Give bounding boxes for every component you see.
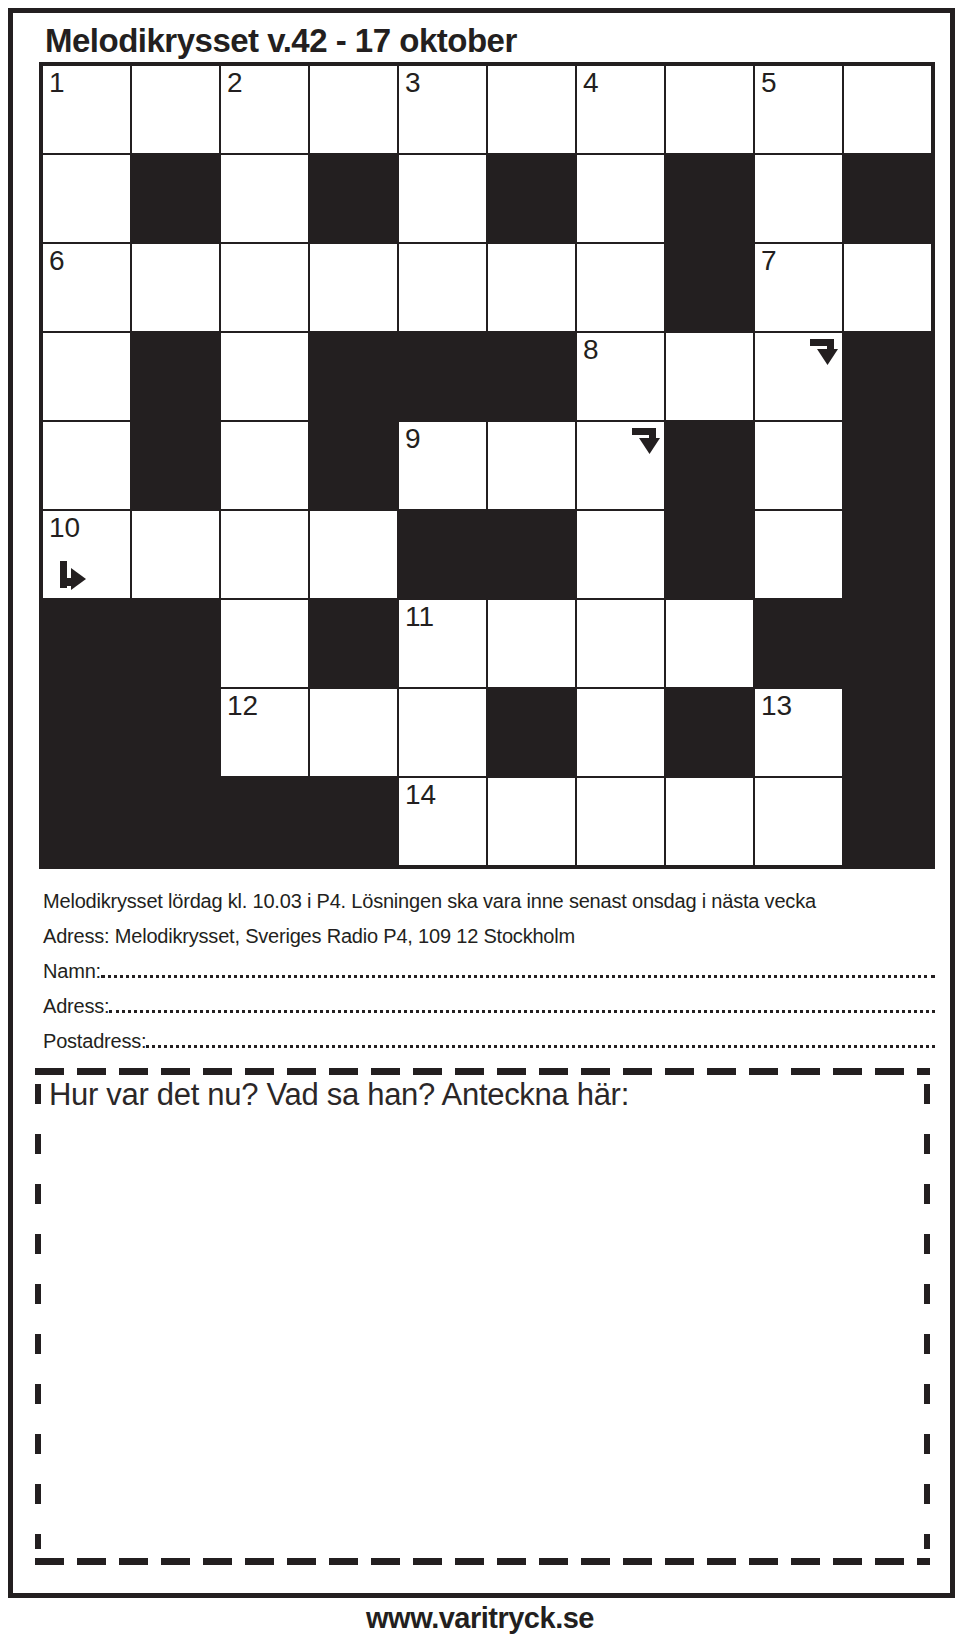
cell-r2c4 [309, 154, 398, 243]
cell-r5c10 [843, 421, 932, 510]
cell-r9c7[interactable] [576, 777, 665, 866]
cell-r9c3 [220, 777, 309, 866]
cell-r4c1[interactable] [42, 332, 131, 421]
name-field-dotted-line[interactable] [101, 975, 935, 978]
clue-number: 6 [49, 247, 65, 275]
submission-address-line: Adress: Melodikrysset, Sveriges Radio P4… [43, 917, 935, 952]
postal-address-field-dotted-line[interactable] [146, 1045, 935, 1048]
cell-r1c10[interactable] [843, 65, 932, 154]
clue-number: 4 [583, 69, 599, 97]
postal-address-field-label: Postadress: [43, 1031, 146, 1057]
cell-r6c9[interactable] [754, 510, 843, 599]
cell-r9c2 [131, 777, 220, 866]
turn-down-arrow-icon [632, 425, 660, 455]
cell-r1c5[interactable]: 3 [398, 65, 487, 154]
clue-number: 10 [49, 514, 80, 542]
cell-r6c4[interactable] [309, 510, 398, 599]
cell-r6c6 [487, 510, 576, 599]
cell-r7c3[interactable] [220, 599, 309, 688]
cell-r5c3[interactable] [220, 421, 309, 510]
cell-r5c5[interactable]: 9 [398, 421, 487, 510]
cell-r4c9[interactable] [754, 332, 843, 421]
cell-r6c7[interactable] [576, 510, 665, 599]
cell-r4c5 [398, 332, 487, 421]
cell-r8c1 [42, 688, 131, 777]
cell-r9c4 [309, 777, 398, 866]
cell-r9c9[interactable] [754, 777, 843, 866]
cell-r1c3[interactable]: 2 [220, 65, 309, 154]
cell-r2c1[interactable] [42, 154, 131, 243]
cell-r7c2 [131, 599, 220, 688]
cell-r2c8 [665, 154, 754, 243]
cell-r8c8 [665, 688, 754, 777]
turn-down-arrow-icon [810, 336, 838, 366]
cell-r3c6[interactable] [487, 243, 576, 332]
cell-r7c7[interactable] [576, 599, 665, 688]
clue-number: 14 [405, 781, 436, 809]
cell-r2c10 [843, 154, 932, 243]
notes-box-border-top [35, 1068, 930, 1075]
cell-r8c9[interactable]: 13 [754, 688, 843, 777]
broadcast-info-line: Melodikrysset lördag kl. 10.03 i P4. Lös… [43, 882, 935, 917]
cell-r7c9 [754, 599, 843, 688]
cell-r1c4[interactable] [309, 65, 398, 154]
entry-form: Melodikrysset lördag kl. 10.03 i P4. Lös… [43, 882, 935, 1057]
cell-r4c7[interactable]: 8 [576, 332, 665, 421]
notes-box-heading: Hur var det nu? Vad sa han? Anteckna här… [49, 1077, 629, 1113]
cell-r7c8[interactable] [665, 599, 754, 688]
cell-r3c1[interactable]: 6 [42, 243, 131, 332]
cell-r9c1 [42, 777, 131, 866]
cell-r2c3[interactable] [220, 154, 309, 243]
cell-r7c1 [42, 599, 131, 688]
notes-box-border-bottom [35, 1558, 930, 1565]
cell-r2c7[interactable] [576, 154, 665, 243]
cell-r1c7[interactable]: 4 [576, 65, 665, 154]
clue-number: 1 [49, 69, 65, 97]
notes-box[interactable]: Hur var det nu? Vad sa han? Anteckna här… [35, 1068, 930, 1565]
clue-number: 7 [761, 247, 777, 275]
cell-r4c2 [131, 332, 220, 421]
cell-r1c2[interactable] [131, 65, 220, 154]
postal-address-field-row: Postadress: [43, 1022, 935, 1057]
cell-r9c6[interactable] [487, 777, 576, 866]
cell-r9c5[interactable]: 14 [398, 777, 487, 866]
cell-r3c10[interactable] [843, 243, 932, 332]
clue-number: 5 [761, 69, 777, 97]
address-field-label: Adress: [43, 996, 109, 1022]
cell-r7c4 [309, 599, 398, 688]
cell-r8c4[interactable] [309, 688, 398, 777]
cell-r6c1[interactable]: 10 [42, 510, 131, 599]
cell-r7c5[interactable]: 11 [398, 599, 487, 688]
cell-r6c3[interactable] [220, 510, 309, 599]
cell-r8c5[interactable] [398, 688, 487, 777]
cell-r6c8 [665, 510, 754, 599]
cell-r5c8 [665, 421, 754, 510]
cell-r8c2 [131, 688, 220, 777]
cell-r1c8[interactable] [665, 65, 754, 154]
cell-r1c9[interactable]: 5 [754, 65, 843, 154]
clue-number: 8 [583, 336, 599, 364]
clue-number: 12 [227, 692, 258, 720]
cell-r3c9[interactable]: 7 [754, 243, 843, 332]
cell-r5c9[interactable] [754, 421, 843, 510]
cell-r5c7[interactable] [576, 421, 665, 510]
cell-r8c6 [487, 688, 576, 777]
cell-r4c3[interactable] [220, 332, 309, 421]
cell-r4c10 [843, 332, 932, 421]
name-field-row: Namn: [43, 952, 935, 987]
cell-r1c1[interactable]: 1 [42, 65, 131, 154]
cell-r3c2[interactable] [131, 243, 220, 332]
cell-r6c5 [398, 510, 487, 599]
clue-number: 9 [405, 425, 421, 453]
cell-r1c6[interactable] [487, 65, 576, 154]
cell-r2c6 [487, 154, 576, 243]
cell-r2c2 [131, 154, 220, 243]
cell-r4c6 [487, 332, 576, 421]
cell-r4c4 [309, 332, 398, 421]
name-field-label: Namn: [43, 961, 101, 987]
cell-r3c4[interactable] [309, 243, 398, 332]
clue-number: 13 [761, 692, 792, 720]
address-field-dotted-line[interactable] [109, 1010, 935, 1013]
cell-r8c7[interactable] [576, 688, 665, 777]
notes-box-border-left [35, 1084, 41, 1549]
cell-r5c6[interactable] [487, 421, 576, 510]
cell-r6c10 [843, 510, 932, 599]
clue-number: 11 [405, 603, 434, 631]
cell-r9c8[interactable] [665, 777, 754, 866]
clue-number: 3 [405, 69, 421, 97]
printer-url: www.varitryck.se [0, 1602, 960, 1635]
cell-r3c5[interactable] [398, 243, 487, 332]
clue-number: 2 [227, 69, 243, 97]
cell-r6c2[interactable] [131, 510, 220, 599]
turn-right-arrow-icon [57, 561, 85, 591]
notes-box-border-right [924, 1084, 930, 1549]
cell-r5c1[interactable] [42, 421, 131, 510]
submission-address-text: Adress: Melodikrysset, Sveriges Radio P4… [43, 926, 575, 952]
cell-r8c3[interactable]: 12 [220, 688, 309, 777]
cell-r2c9[interactable] [754, 154, 843, 243]
cell-r3c8 [665, 243, 754, 332]
address-field-row: Adress: [43, 987, 935, 1022]
cell-r9c10 [843, 777, 932, 866]
cell-r4c8[interactable] [665, 332, 754, 421]
broadcast-info-text: Melodikrysset lördag kl. 10.03 i P4. Lös… [43, 891, 816, 917]
cell-r2c5[interactable] [398, 154, 487, 243]
cell-r5c2 [131, 421, 220, 510]
cell-r8c10 [843, 688, 932, 777]
cell-r5c4 [309, 421, 398, 510]
cell-r7c10 [843, 599, 932, 688]
cell-r3c3[interactable] [220, 243, 309, 332]
cell-r7c6[interactable] [487, 599, 576, 688]
crossword-grid: 1234567891011121314 [39, 62, 935, 869]
cell-r3c7[interactable] [576, 243, 665, 332]
page-title: Melodikrysset v.42 - 17 oktober [45, 23, 517, 59]
